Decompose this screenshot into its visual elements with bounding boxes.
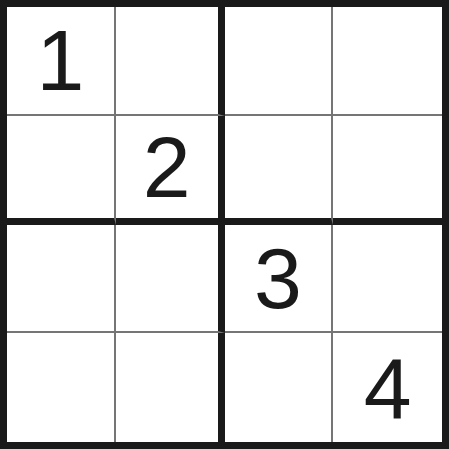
- cell-r2c2[interactable]: 2: [116, 116, 225, 225]
- cell-r3c4[interactable]: [333, 225, 442, 334]
- cell-r3c1[interactable]: [7, 225, 116, 334]
- sudoku-page: 1 2 3 4: [0, 0, 449, 449]
- cell-r4c3[interactable]: [225, 333, 334, 442]
- cell-r4c1[interactable]: [7, 333, 116, 442]
- cell-r1c1[interactable]: 1: [7, 7, 116, 116]
- sudoku-board: 1 2 3 4: [0, 0, 449, 449]
- cell-r4c2[interactable]: [116, 333, 225, 442]
- cell-r2c1[interactable]: [7, 116, 116, 225]
- cell-r1c2[interactable]: [116, 7, 225, 116]
- cell-r3c3[interactable]: 3: [225, 225, 334, 334]
- cell-r3c2[interactable]: [116, 225, 225, 334]
- cell-r4c4[interactable]: 4: [333, 333, 442, 442]
- cell-r1c3[interactable]: [225, 7, 334, 116]
- cell-r2c4[interactable]: [333, 116, 442, 225]
- cell-r2c3[interactable]: [225, 116, 334, 225]
- cell-r1c4[interactable]: [333, 7, 442, 116]
